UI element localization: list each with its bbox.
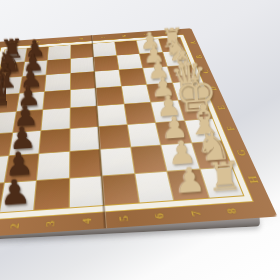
- square-a6: [115, 41, 139, 55]
- rank-label-top-2: 2: [33, 36, 44, 49]
- square-b4: [71, 57, 94, 73]
- dark-pawn: ♟: [0, 175, 32, 211]
- square-b6: [117, 54, 143, 70]
- square-e6: [124, 102, 155, 123]
- light-rook: ♜: [206, 155, 244, 196]
- square-d6: [121, 84, 150, 103]
- square-c6: [119, 68, 146, 85]
- square-f6: [127, 123, 160, 147]
- square-f4: [70, 127, 99, 151]
- square-g4: [70, 150, 101, 178]
- square-d5: [96, 86, 123, 105]
- rank-label-top-4: 4: [77, 33, 87, 46]
- light-pawn: ♟: [173, 162, 206, 198]
- rank-label-top-3: 3: [55, 34, 65, 47]
- square-h6: [135, 171, 173, 202]
- square-c3: [45, 73, 70, 91]
- square-c5: [95, 70, 121, 87]
- rank-label-top-5: 5: [98, 31, 109, 44]
- square-h7: ♟: [167, 169, 208, 200]
- square-f5: [99, 125, 130, 149]
- square-g3: [37, 152, 69, 180]
- square-h5: [102, 174, 138, 205]
- square-c4: [70, 72, 95, 89]
- square-g6: [131, 145, 166, 172]
- square-d3: [43, 90, 69, 109]
- square-f3: [39, 129, 69, 153]
- rank-label-top-6: 6: [119, 30, 131, 43]
- square-b5: [94, 55, 118, 71]
- square-h2: ♟: [0, 181, 36, 213]
- product-photo: ♜♟♟♜♞♟♟♞♝♟♟♝♛♟♟♛♚♟♟♚♝♟♟♝♞♟♟♞♜♟♟♜ 1234567…: [0, 0, 280, 280]
- square-d4: [70, 88, 96, 107]
- square-h4: [69, 176, 103, 207]
- square-a3: [48, 45, 70, 59]
- square-h3: [34, 178, 68, 210]
- square-h8: ♜: [200, 167, 243, 198]
- board-squares: ♜♟♟♜♞♟♟♞♝♟♟♝♛♟♟♛♚♟♟♚♝♟♟♝♞♟♟♞♜♟♟♜: [0, 37, 245, 216]
- square-a4: [71, 44, 93, 58]
- square-g5: [100, 148, 133, 175]
- chess-board: ♜♟♟♜♞♟♟♞♝♟♟♝♛♟♟♛♚♟♟♚♝♟♟♝♞♟♟♞♜♟♟♜ 1234567…: [0, 28, 278, 240]
